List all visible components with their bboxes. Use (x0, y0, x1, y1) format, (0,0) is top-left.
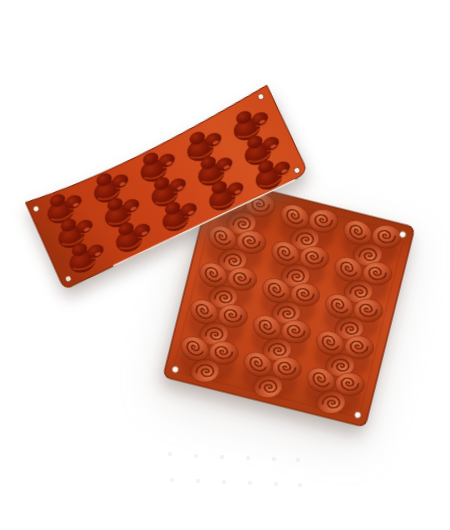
faint-watermark-dots (168, 452, 308, 492)
product-photo (0, 0, 450, 530)
